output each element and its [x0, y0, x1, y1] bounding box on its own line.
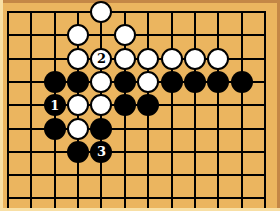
- white-stone: [137, 48, 159, 70]
- white-stone: [90, 1, 112, 23]
- black-stone: [114, 71, 136, 93]
- white-stone: [67, 48, 89, 70]
- move-number-label: 2: [97, 52, 106, 65]
- black-stone: [90, 118, 112, 140]
- white-stone: [161, 48, 183, 70]
- grid-hline: [7, 34, 266, 36]
- board-frame-bottom: [0, 208, 280, 211]
- black-stone: [231, 71, 253, 93]
- black-stone: [44, 118, 66, 140]
- black-stone: 3: [90, 141, 112, 163]
- grid-hline: [7, 174, 266, 176]
- board-frame-left: [0, 0, 3, 211]
- white-stone: [114, 48, 136, 70]
- grid-hline: [7, 197, 266, 199]
- black-stone: [44, 71, 66, 93]
- grid-vline: [171, 11, 173, 208]
- white-stone: [67, 118, 89, 140]
- white-stone: 2: [90, 48, 112, 70]
- white-stone: [114, 24, 136, 46]
- white-stone: [67, 24, 89, 46]
- black-stone: [67, 71, 89, 93]
- white-stone: [90, 71, 112, 93]
- white-stone: [90, 94, 112, 116]
- white-stone: [137, 71, 159, 93]
- grid-vline: [241, 11, 243, 208]
- black-stone: [67, 141, 89, 163]
- black-stone: [137, 94, 159, 116]
- white-stone: [207, 48, 229, 70]
- grid-hline: [7, 11, 266, 13]
- white-stone: [184, 48, 206, 70]
- grid-vline: [30, 11, 32, 208]
- grid-vline: [194, 11, 196, 208]
- black-stone: [184, 71, 206, 93]
- black-stone: [114, 94, 136, 116]
- black-stone: 1: [44, 94, 66, 116]
- move-number-label: 1: [50, 99, 59, 112]
- board-frame-right: [277, 0, 280, 211]
- white-stone: [67, 94, 89, 116]
- grid-vline: [264, 11, 266, 208]
- go-diagram: 213: [0, 0, 280, 211]
- black-stone: [207, 71, 229, 93]
- grid-hline: [7, 151, 266, 153]
- move-number-label: 3: [97, 145, 106, 158]
- grid-vline: [217, 11, 219, 208]
- board-frame-top: [0, 0, 280, 3]
- black-stone: [161, 71, 183, 93]
- grid-vline: [7, 11, 9, 208]
